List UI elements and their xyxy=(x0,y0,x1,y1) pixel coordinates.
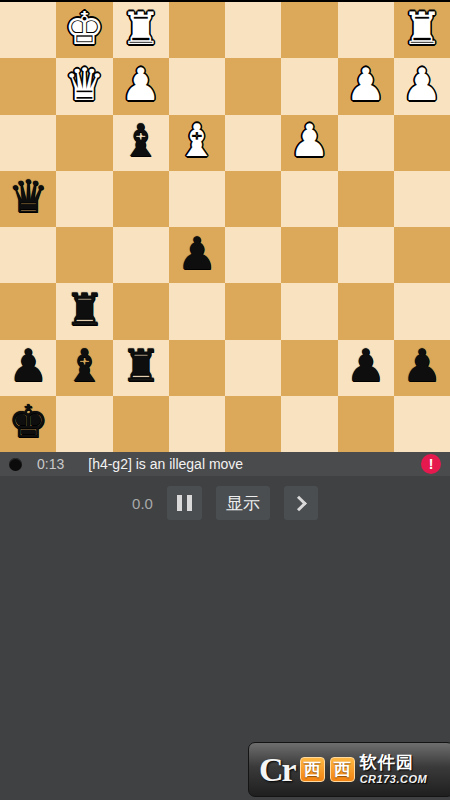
square-b2[interactable]: ♝ xyxy=(56,340,112,396)
watermark-tile-2: 西 xyxy=(330,757,355,782)
square-b8[interactable]: ♚ xyxy=(56,2,112,58)
app-screen: ♚♜♜♛♟♟♟♝♝♟♛♟♜♟♝♜♟♟♚ 0:13 [h4-g2] is an i… xyxy=(0,0,450,800)
control-row: 0.0 显示 xyxy=(0,476,450,530)
square-f6[interactable]: ♟ xyxy=(281,115,337,171)
square-h7[interactable]: ♟ xyxy=(394,58,450,114)
square-e1[interactable] xyxy=(225,396,281,452)
white-rook: ♜ xyxy=(120,6,160,51)
square-d4[interactable]: ♟ xyxy=(169,227,225,283)
square-b1[interactable] xyxy=(56,396,112,452)
square-a7[interactable] xyxy=(0,58,56,114)
black-bishop: ♝ xyxy=(64,343,104,388)
square-d3[interactable] xyxy=(169,283,225,339)
white-pawn: ♟ xyxy=(120,62,160,107)
square-f2[interactable] xyxy=(281,340,337,396)
square-h1[interactable] xyxy=(394,396,450,452)
square-b7[interactable]: ♛ xyxy=(56,58,112,114)
square-f5[interactable] xyxy=(281,171,337,227)
square-f8[interactable] xyxy=(281,2,337,58)
clock-time: 0:13 xyxy=(37,456,64,472)
square-f4[interactable] xyxy=(281,227,337,283)
move-message: [h4-g2] is an illegal move xyxy=(88,456,243,472)
square-g2[interactable]: ♟ xyxy=(338,340,394,396)
white-queen: ♛ xyxy=(64,62,104,107)
square-g4[interactable] xyxy=(338,227,394,283)
watermark-cr-logo: Cr xyxy=(259,753,295,787)
engine-eval: 0.0 xyxy=(132,495,153,512)
square-e5[interactable] xyxy=(225,171,281,227)
black-queen: ♛ xyxy=(8,174,48,219)
chess-board: ♚♜♜♛♟♟♟♝♝♟♛♟♜♟♝♜♟♟♚ xyxy=(0,2,450,452)
white-pawn: ♟ xyxy=(289,118,329,163)
chevron-right-icon xyxy=(292,495,308,511)
square-e8[interactable] xyxy=(225,2,281,58)
square-a1[interactable]: ♚ xyxy=(0,396,56,452)
square-e3[interactable] xyxy=(225,283,281,339)
black-rook: ♜ xyxy=(64,287,104,332)
watermark-text-block: 软件园 CR173.COM xyxy=(360,754,427,785)
watermark-site-name: 软件园 xyxy=(360,754,414,773)
black-pawn: ♟ xyxy=(8,343,48,388)
white-pawn: ♟ xyxy=(345,62,385,107)
square-h6[interactable] xyxy=(394,115,450,171)
square-f3[interactable] xyxy=(281,283,337,339)
square-h4[interactable] xyxy=(394,227,450,283)
square-f1[interactable] xyxy=(281,396,337,452)
square-d7[interactable] xyxy=(169,58,225,114)
square-f7[interactable] xyxy=(281,58,337,114)
show-button[interactable]: 显示 xyxy=(216,486,270,520)
square-a5[interactable]: ♛ xyxy=(0,171,56,227)
square-g6[interactable] xyxy=(338,115,394,171)
pause-button[interactable] xyxy=(167,486,202,520)
square-g8[interactable] xyxy=(338,2,394,58)
square-g5[interactable] xyxy=(338,171,394,227)
square-d5[interactable] xyxy=(169,171,225,227)
black-rook: ♜ xyxy=(120,343,160,388)
square-b4[interactable] xyxy=(56,227,112,283)
square-e7[interactable] xyxy=(225,58,281,114)
square-b3[interactable]: ♜ xyxy=(56,283,112,339)
square-g7[interactable]: ♟ xyxy=(338,58,394,114)
square-e2[interactable] xyxy=(225,340,281,396)
square-a3[interactable] xyxy=(0,283,56,339)
square-b5[interactable] xyxy=(56,171,112,227)
next-button[interactable] xyxy=(284,486,318,520)
square-d8[interactable] xyxy=(169,2,225,58)
white-rook: ♜ xyxy=(402,6,442,51)
white-pawn: ♟ xyxy=(402,62,442,107)
pause-icon xyxy=(177,495,192,511)
square-a8[interactable] xyxy=(0,2,56,58)
square-h2[interactable]: ♟ xyxy=(394,340,450,396)
white-king: ♚ xyxy=(64,6,104,51)
square-c3[interactable] xyxy=(113,283,169,339)
black-king: ♚ xyxy=(8,399,48,444)
black-pawn: ♟ xyxy=(402,343,442,388)
black-to-move-indicator-icon xyxy=(9,458,22,471)
black-pawn: ♟ xyxy=(177,231,217,276)
square-a4[interactable] xyxy=(0,227,56,283)
square-e6[interactable] xyxy=(225,115,281,171)
square-c5[interactable] xyxy=(113,171,169,227)
square-c6[interactable]: ♝ xyxy=(113,115,169,171)
square-a2[interactable]: ♟ xyxy=(0,340,56,396)
black-pawn: ♟ xyxy=(345,343,385,388)
square-e4[interactable] xyxy=(225,227,281,283)
square-h5[interactable] xyxy=(394,171,450,227)
square-c8[interactable]: ♜ xyxy=(113,2,169,58)
square-c4[interactable] xyxy=(113,227,169,283)
square-d6[interactable]: ♝ xyxy=(169,115,225,171)
square-a6[interactable] xyxy=(0,115,56,171)
square-h3[interactable] xyxy=(394,283,450,339)
square-d2[interactable] xyxy=(169,340,225,396)
square-g3[interactable] xyxy=(338,283,394,339)
square-b6[interactable] xyxy=(56,115,112,171)
square-c2[interactable]: ♜ xyxy=(113,340,169,396)
square-d1[interactable] xyxy=(169,396,225,452)
white-bishop: ♝ xyxy=(177,118,217,163)
error-icon[interactable]: ! xyxy=(421,454,441,474)
square-c1[interactable] xyxy=(113,396,169,452)
watermark-tile-1: 西 xyxy=(300,757,325,782)
status-bar: 0:13 [h4-g2] is an illegal move ! xyxy=(0,452,450,476)
square-c7[interactable]: ♟ xyxy=(113,58,169,114)
square-h8[interactable]: ♜ xyxy=(394,2,450,58)
watermark-domain: CR173.COM xyxy=(360,773,427,785)
watermark-logo: Cr 西 西 软件园 CR173.COM xyxy=(248,742,450,797)
square-g1[interactable] xyxy=(338,396,394,452)
black-bishop: ♝ xyxy=(120,118,160,163)
